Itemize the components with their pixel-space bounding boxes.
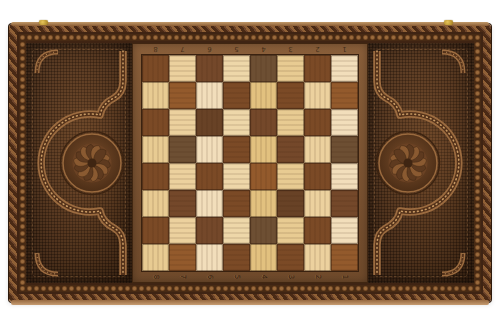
board-square — [304, 217, 331, 244]
board-square — [250, 109, 277, 136]
coordinate-label: 3 — [277, 43, 304, 55]
case-top-edge — [11, 22, 489, 26]
coordinate-row-top: 87654321 — [142, 43, 358, 55]
board-square — [223, 136, 250, 163]
coordinate-label: 7 — [169, 43, 196, 55]
board-square — [304, 55, 331, 82]
chess-board — [142, 55, 358, 271]
coordinate-label: 3 — [285, 264, 297, 291]
board-square — [223, 163, 250, 190]
board-square — [277, 82, 304, 109]
board-square — [277, 109, 304, 136]
hinge-pin-left — [39, 20, 48, 25]
board-square — [169, 55, 196, 82]
board-square — [196, 82, 223, 109]
coordinate-label: 6 — [204, 264, 216, 291]
board-square — [196, 136, 223, 163]
board-square — [196, 163, 223, 190]
board-square — [142, 82, 169, 109]
board-square — [304, 190, 331, 217]
case-bottom-edge — [11, 300, 489, 305]
board-square — [223, 190, 250, 217]
bead-border-top — [19, 34, 481, 41]
board-square — [169, 217, 196, 244]
coordinate-label: 6 — [196, 43, 223, 55]
board-square — [142, 109, 169, 136]
board-square — [169, 190, 196, 217]
case-content: 87654321 87654321 — [26, 41, 474, 285]
board-square — [277, 190, 304, 217]
coordinate-label: 8 — [142, 43, 169, 55]
board-square — [223, 217, 250, 244]
carved-panel-left — [26, 43, 132, 283]
board-square — [277, 217, 304, 244]
board-square — [196, 217, 223, 244]
board-square — [223, 109, 250, 136]
board-square — [142, 217, 169, 244]
board-square — [196, 109, 223, 136]
board-square — [304, 82, 331, 109]
board-square — [250, 190, 277, 217]
spiral-rosette-right — [368, 43, 474, 283]
board-square — [142, 163, 169, 190]
game-case: 87654321 87654321 — [9, 24, 491, 302]
board-square — [277, 55, 304, 82]
board-square — [331, 136, 358, 163]
coordinate-label: 4 — [250, 43, 277, 55]
coordinate-row-bottom: 87654321 — [142, 271, 358, 283]
coordinate-label: 2 — [312, 264, 324, 291]
coordinate-label: 8 — [150, 264, 162, 291]
board-square — [277, 163, 304, 190]
board-square — [331, 190, 358, 217]
board-square — [250, 82, 277, 109]
bead-border-right — [474, 41, 481, 285]
board-square — [331, 163, 358, 190]
coordinate-label: 7 — [177, 264, 189, 291]
board-square — [142, 55, 169, 82]
coordinate-label: 1 — [339, 264, 351, 291]
board-square — [142, 136, 169, 163]
coordinate-label: 5 — [231, 264, 243, 291]
hinge-pin-right — [444, 20, 453, 25]
board-square — [331, 55, 358, 82]
board-square — [169, 109, 196, 136]
board-square — [223, 82, 250, 109]
coordinate-label: 4 — [258, 264, 270, 291]
board-square — [142, 190, 169, 217]
board-square — [196, 190, 223, 217]
photo-background: 87654321 87654321 — [0, 0, 500, 333]
board-square — [331, 109, 358, 136]
board-square — [223, 55, 250, 82]
board-square — [304, 136, 331, 163]
board-square — [304, 163, 331, 190]
coordinate-label: 5 — [223, 43, 250, 55]
bead-border-left — [19, 41, 26, 285]
board-square — [331, 217, 358, 244]
board-square — [331, 82, 358, 109]
board-square — [169, 163, 196, 190]
spiral-rosette-left — [26, 43, 132, 283]
bead-border-bottom — [19, 285, 481, 292]
board-square — [196, 55, 223, 82]
carved-panel-right — [368, 43, 474, 283]
coordinate-label: 1 — [331, 43, 358, 55]
board-square — [250, 55, 277, 82]
chessboard-panel: 87654321 87654321 — [132, 43, 368, 283]
board-square — [277, 136, 304, 163]
board-square — [250, 163, 277, 190]
carved-inner-field: 87654321 87654321 — [17, 32, 483, 294]
coordinate-label: 2 — [304, 43, 331, 55]
board-square — [250, 217, 277, 244]
board-square — [169, 82, 196, 109]
board-square — [304, 109, 331, 136]
board-square — [250, 136, 277, 163]
board-square — [169, 136, 196, 163]
